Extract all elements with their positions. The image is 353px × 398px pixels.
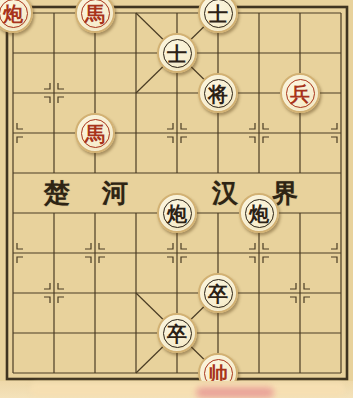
piece-inner-ring: 将 xyxy=(204,79,233,108)
piece-glyph: 兵 xyxy=(290,84,310,104)
piece-inner-ring: 馬 xyxy=(81,0,110,28)
piece-inner-ring: 卒 xyxy=(163,319,192,348)
piece-inner-ring: 炮 xyxy=(163,199,192,228)
piece-red-soldier[interactable]: 兵 xyxy=(280,73,320,113)
piece-glyph: 士 xyxy=(208,4,228,24)
piece-inner-ring: 兵 xyxy=(286,79,315,108)
piece-inner-ring: 士 xyxy=(204,0,233,28)
piece-black-general[interactable]: 将 xyxy=(198,73,238,113)
river-label-he: 河 xyxy=(102,176,128,211)
piece-glyph: 卒 xyxy=(208,284,228,304)
river-label-han: 汉 xyxy=(212,176,238,211)
piece-glyph: 馬 xyxy=(85,4,105,24)
piece-black-soldier[interactable]: 卒 xyxy=(198,273,238,313)
piece-inner-ring: 馬 xyxy=(81,119,110,148)
piece-glyph: 士 xyxy=(167,44,187,64)
piece-inner-ring: 炮 xyxy=(0,0,28,28)
piece-black-cannon[interactable]: 炮 xyxy=(239,193,279,233)
watermark-smudge-light xyxy=(30,383,345,396)
piece-inner-ring: 卒 xyxy=(204,279,233,308)
piece-glyph: 炮 xyxy=(167,204,187,224)
bottom-margin-band xyxy=(0,381,353,398)
piece-black-cannon[interactable]: 炮 xyxy=(157,193,197,233)
piece-glyph: 炮 xyxy=(3,4,23,24)
piece-glyph: 馬 xyxy=(85,124,105,144)
piece-black-advisor[interactable]: 士 xyxy=(157,33,197,73)
piece-glyph: 卒 xyxy=(167,324,187,344)
watermark-smudge-pink xyxy=(196,387,274,398)
piece-red-horse[interactable]: 馬 xyxy=(75,113,115,153)
piece-inner-ring: 士 xyxy=(163,39,192,68)
river-label-chu: 楚 xyxy=(44,176,70,211)
piece-glyph: 将 xyxy=(208,84,228,104)
piece-glyph: 炮 xyxy=(249,204,269,224)
piece-black-soldier[interactable]: 卒 xyxy=(157,313,197,353)
xiangqi-board[interactable]: 楚 河 汉 界 炮馬士士将兵馬炮炮卒卒帅 xyxy=(0,0,353,398)
piece-inner-ring: 炮 xyxy=(245,199,274,228)
